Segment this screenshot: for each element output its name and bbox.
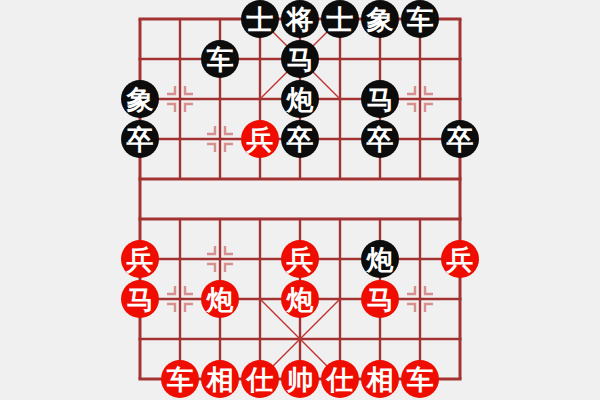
piece-black-pawn[interactable]: 卒 [121, 120, 159, 158]
piece-black-cannon[interactable]: 炮 [361, 240, 399, 278]
piece-black-advisor[interactable]: 士 [321, 0, 359, 38]
piece-red-advisor[interactable]: 仕 [321, 360, 359, 398]
piece-black-advisor[interactable]: 士 [241, 0, 279, 38]
piece-black-pawn[interactable]: 卒 [441, 120, 479, 158]
piece-black-cannon[interactable]: 炮 [281, 80, 319, 118]
piece-red-king[interactable]: 帅 [281, 360, 319, 398]
piece-red-cannon[interactable]: 炮 [281, 280, 319, 318]
piece-red-pawn[interactable]: 兵 [241, 120, 279, 158]
piece-black-pawn[interactable]: 卒 [281, 120, 319, 158]
piece-red-cannon[interactable]: 炮 [201, 280, 239, 318]
xiangqi-board: 士将士象车车马象炮马卒卒卒卒炮兵兵兵兵马炮炮马车相仕帅仕相车 [0, 0, 600, 400]
piece-red-pawn[interactable]: 兵 [441, 240, 479, 278]
piece-red-advisor[interactable]: 仕 [241, 360, 279, 398]
piece-black-chariot[interactable]: 车 [401, 0, 439, 38]
piece-black-pawn[interactable]: 卒 [361, 120, 399, 158]
piece-red-elephant[interactable]: 相 [201, 360, 239, 398]
piece-red-chariot[interactable]: 车 [161, 360, 199, 398]
piece-red-pawn[interactable]: 兵 [281, 240, 319, 278]
piece-red-horse[interactable]: 马 [361, 280, 399, 318]
piece-red-elephant[interactable]: 相 [361, 360, 399, 398]
piece-black-king[interactable]: 将 [281, 0, 319, 38]
piece-black-elephant[interactable]: 象 [121, 80, 159, 118]
piece-black-elephant[interactable]: 象 [361, 0, 399, 38]
piece-red-pawn[interactable]: 兵 [121, 240, 159, 278]
piece-red-horse[interactable]: 马 [121, 280, 159, 318]
piece-black-horse[interactable]: 马 [361, 80, 399, 118]
piece-red-chariot[interactable]: 车 [401, 360, 439, 398]
piece-black-horse[interactable]: 马 [281, 40, 319, 78]
piece-black-chariot[interactable]: 车 [201, 40, 239, 78]
